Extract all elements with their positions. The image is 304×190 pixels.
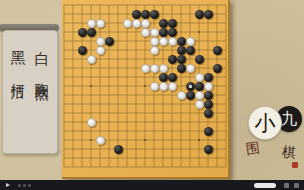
black-stone (168, 73, 177, 82)
black-stone (204, 10, 213, 19)
black-stone (195, 10, 204, 19)
black-stone (177, 46, 186, 55)
logo-seal-left-char: 围 (245, 139, 261, 159)
play-icon[interactable] (6, 183, 10, 187)
black-stone (213, 46, 222, 55)
black-stone (168, 55, 177, 64)
white-stone (150, 28, 159, 37)
black-stone (195, 55, 204, 64)
white-stone (150, 82, 159, 91)
settings-icon[interactable] (284, 183, 289, 188)
logo-red-seal (292, 162, 298, 168)
black-player-name: 柯洁 (10, 72, 26, 76)
black-stone (168, 19, 177, 28)
logo-black-char: 九 (281, 109, 297, 130)
black-stone (150, 10, 159, 19)
black-player-column: 黑 柯洁 (10, 39, 26, 76)
black-stone (204, 145, 213, 154)
player-pill-button[interactable] (254, 183, 276, 188)
black-stone (159, 28, 168, 37)
white-stone (168, 37, 177, 46)
black-stone (114, 145, 123, 154)
white-stone (141, 64, 150, 73)
white-stone (96, 46, 105, 55)
white-stone (87, 55, 96, 64)
black-stone (177, 55, 186, 64)
player-control-bar (0, 180, 304, 190)
white-stone (177, 91, 186, 100)
black-stone (159, 73, 168, 82)
white-stone (186, 64, 195, 73)
logo-white-circle: 小 (248, 106, 282, 140)
white-stone (186, 37, 195, 46)
white-stone (150, 46, 159, 55)
white-stone (141, 28, 150, 37)
white-stone (96, 19, 105, 28)
black-stone (204, 127, 213, 136)
channel-logo: 九 小 围 棋 (232, 92, 304, 178)
black-stone (159, 19, 168, 28)
white-stone (168, 82, 177, 91)
white-stone (159, 64, 168, 73)
black-stone (132, 10, 141, 19)
go-board (62, 0, 230, 179)
last-move-marker (189, 85, 192, 88)
black-label: 黑 (9, 39, 27, 43)
white-player-column: 白 陶欣然 (34, 39, 50, 78)
white-label: 白 (33, 39, 51, 43)
black-stone (204, 100, 213, 109)
black-stone (177, 64, 186, 73)
white-stone (141, 19, 150, 28)
white-stone (150, 64, 159, 73)
white-stone (159, 37, 168, 46)
black-stone (213, 64, 222, 73)
black-stone (168, 28, 177, 37)
logo-seal-right-char: 棋 (281, 143, 297, 162)
white-stone (195, 91, 204, 100)
white-stone (123, 19, 132, 28)
black-stone (204, 73, 213, 82)
fullscreen-icon[interactable] (294, 183, 299, 188)
black-stone (195, 82, 204, 91)
white-stone (150, 37, 159, 46)
black-stone (78, 46, 87, 55)
white-stone (96, 136, 105, 145)
white-stone (195, 73, 204, 82)
white-player-name: 陶欣然 (34, 72, 50, 78)
logo-white-char: 小 (255, 109, 276, 137)
player-status-marks (18, 184, 31, 187)
black-stone (177, 37, 186, 46)
black-stone (78, 28, 87, 37)
black-stone (186, 82, 195, 91)
left-panel: 黑 柯洁 白 陶欣然 (0, 0, 62, 180)
black-stone (204, 109, 213, 118)
white-stone (87, 118, 96, 127)
white-stone (96, 37, 105, 46)
white-stone (195, 100, 204, 109)
black-stone (87, 28, 96, 37)
white-stone (159, 82, 168, 91)
black-stone (141, 10, 150, 19)
video-frame: 黑 柯洁 白 陶欣然 九 小 围 棋 (0, 0, 304, 190)
black-stone (204, 91, 213, 100)
player-plaque: 黑 柯洁 白 陶欣然 (2, 30, 58, 154)
white-stone (132, 19, 141, 28)
black-stone (186, 46, 195, 55)
black-stone (105, 37, 114, 46)
black-stone (186, 91, 195, 100)
white-stone (204, 82, 213, 91)
white-stone (87, 19, 96, 28)
